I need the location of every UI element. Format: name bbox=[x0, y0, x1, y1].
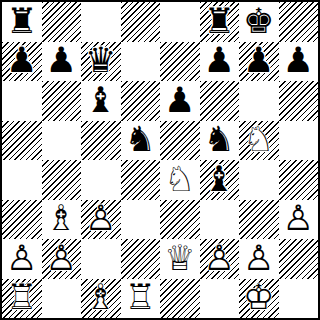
square-b3[interactable]: ♝♗ bbox=[42, 200, 82, 240]
piece-white-rook-icon[interactable]: ♜♖ bbox=[2, 279, 42, 319]
piece-white-queen-icon[interactable]: ♛♕ bbox=[160, 239, 200, 279]
piece-black-bishop-icon[interactable]: ♝ bbox=[200, 160, 240, 200]
piece-solid-layer: ♜ bbox=[204, 4, 235, 39]
piece-outline-layer: ♘ bbox=[243, 122, 274, 157]
square-d2[interactable] bbox=[121, 239, 161, 279]
piece-solid-layer: ♟ bbox=[6, 43, 37, 78]
square-g7[interactable]: ♟ bbox=[239, 42, 279, 82]
square-c6[interactable]: ♝ bbox=[81, 81, 121, 121]
square-b5[interactable] bbox=[42, 121, 82, 161]
square-a2[interactable]: ♟♙ bbox=[2, 239, 42, 279]
piece-outline-layer: ♕ bbox=[164, 241, 195, 276]
square-g1[interactable]: ♚♔ bbox=[239, 279, 279, 319]
square-c3[interactable]: ♟♙ bbox=[81, 200, 121, 240]
piece-solid-layer: ♞ bbox=[125, 122, 156, 157]
square-c7[interactable]: ♛ bbox=[81, 42, 121, 82]
square-e8[interactable] bbox=[160, 2, 200, 42]
square-f5[interactable]: ♞ bbox=[200, 121, 240, 161]
piece-white-pawn-icon[interactable]: ♟♙ bbox=[239, 239, 279, 279]
square-b2[interactable]: ♟♙ bbox=[42, 239, 82, 279]
square-f3[interactable] bbox=[200, 200, 240, 240]
square-g2[interactable]: ♟♙ bbox=[239, 239, 279, 279]
chess-board: ♜♜♚♟♟♛♟♟♟♝♟♞♞♞♘♞♘♝♝♗♟♙♟♙♟♙♟♙♛♕♟♙♟♙♜♖♝♗♜♖… bbox=[0, 0, 320, 320]
piece-solid-layer: ♟ bbox=[46, 43, 77, 78]
square-h6[interactable] bbox=[279, 81, 319, 121]
square-h5[interactable] bbox=[279, 121, 319, 161]
piece-black-pawn-icon[interactable]: ♟ bbox=[2, 42, 42, 82]
square-a1[interactable]: ♜♖ bbox=[2, 279, 42, 319]
piece-black-knight-icon[interactable]: ♞ bbox=[121, 121, 161, 161]
piece-solid-layer: ♟ bbox=[204, 43, 235, 78]
square-c2[interactable] bbox=[81, 239, 121, 279]
square-e1[interactable] bbox=[160, 279, 200, 319]
square-c8[interactable] bbox=[81, 2, 121, 42]
piece-white-pawn-icon[interactable]: ♟♙ bbox=[2, 239, 42, 279]
piece-outline-layer: ♗ bbox=[46, 201, 77, 236]
square-a7[interactable]: ♟ bbox=[2, 42, 42, 82]
square-c5[interactable] bbox=[81, 121, 121, 161]
square-g5[interactable]: ♞♘ bbox=[239, 121, 279, 161]
piece-outline-layer: ♘ bbox=[164, 162, 195, 197]
piece-white-rook-icon[interactable]: ♜♖ bbox=[121, 279, 161, 319]
piece-black-pawn-icon[interactable]: ♟ bbox=[160, 81, 200, 121]
piece-white-pawn-icon[interactable]: ♟♙ bbox=[42, 239, 82, 279]
square-g6[interactable] bbox=[239, 81, 279, 121]
square-d6[interactable] bbox=[121, 81, 161, 121]
square-f1[interactable] bbox=[200, 279, 240, 319]
square-d7[interactable] bbox=[121, 42, 161, 82]
piece-outline-layer: ♔ bbox=[243, 280, 274, 315]
square-f7[interactable]: ♟ bbox=[200, 42, 240, 82]
square-d4[interactable] bbox=[121, 160, 161, 200]
piece-solid-layer: ♞ bbox=[204, 122, 235, 157]
square-g4[interactable] bbox=[239, 160, 279, 200]
piece-white-knight-icon[interactable]: ♞♘ bbox=[239, 121, 279, 161]
piece-white-pawn-icon[interactable]: ♟♙ bbox=[279, 200, 319, 240]
piece-white-knight-icon[interactable]: ♞♘ bbox=[160, 160, 200, 200]
square-h8[interactable] bbox=[279, 2, 319, 42]
piece-black-pawn-icon[interactable]: ♟ bbox=[42, 42, 82, 82]
piece-solid-layer: ♜ bbox=[6, 4, 37, 39]
square-c1[interactable]: ♝♗ bbox=[81, 279, 121, 319]
square-f6[interactable] bbox=[200, 81, 240, 121]
square-g8[interactable]: ♚ bbox=[239, 2, 279, 42]
piece-solid-layer: ♛ bbox=[85, 43, 116, 78]
piece-white-bishop-icon[interactable]: ♝♗ bbox=[81, 279, 121, 319]
piece-solid-layer: ♟ bbox=[243, 43, 274, 78]
piece-black-queen-icon[interactable]: ♛ bbox=[81, 42, 121, 82]
square-f2[interactable]: ♟♙ bbox=[200, 239, 240, 279]
piece-black-knight-icon[interactable]: ♞ bbox=[200, 121, 240, 161]
square-h3[interactable]: ♟♙ bbox=[279, 200, 319, 240]
piece-black-rook-icon[interactable]: ♜ bbox=[2, 2, 42, 42]
square-d5[interactable]: ♞ bbox=[121, 121, 161, 161]
piece-solid-layer: ♟ bbox=[164, 83, 195, 118]
piece-outline-layer: ♗ bbox=[85, 280, 116, 315]
piece-solid-layer: ♚ bbox=[243, 4, 274, 39]
piece-solid-layer: ♝ bbox=[85, 83, 116, 118]
square-b6[interactable] bbox=[42, 81, 82, 121]
square-h2[interactable] bbox=[279, 239, 319, 279]
piece-outline-layer: ♖ bbox=[6, 280, 37, 315]
piece-solid-layer: ♝ bbox=[204, 162, 235, 197]
square-e4[interactable]: ♞♘ bbox=[160, 160, 200, 200]
piece-outline-layer: ♙ bbox=[283, 201, 314, 236]
square-a3[interactable] bbox=[2, 200, 42, 240]
square-d1[interactable]: ♜♖ bbox=[121, 279, 161, 319]
square-e7[interactable] bbox=[160, 42, 200, 82]
piece-black-king-icon[interactable]: ♚ bbox=[239, 2, 279, 42]
piece-outline-layer: ♙ bbox=[85, 201, 116, 236]
square-e3[interactable] bbox=[160, 200, 200, 240]
piece-solid-layer: ♟ bbox=[283, 43, 314, 78]
square-g3[interactable] bbox=[239, 200, 279, 240]
square-h7[interactable]: ♟ bbox=[279, 42, 319, 82]
square-d8[interactable] bbox=[121, 2, 161, 42]
square-b8[interactable] bbox=[42, 2, 82, 42]
square-b1[interactable] bbox=[42, 279, 82, 319]
piece-white-pawn-icon[interactable]: ♟♙ bbox=[200, 239, 240, 279]
piece-black-pawn-icon[interactable]: ♟ bbox=[279, 42, 319, 82]
square-b4[interactable] bbox=[42, 160, 82, 200]
piece-outline-layer: ♙ bbox=[204, 241, 235, 276]
piece-outline-layer: ♙ bbox=[243, 241, 274, 276]
piece-white-king-icon[interactable]: ♚♔ bbox=[239, 279, 279, 319]
piece-outline-layer: ♙ bbox=[46, 241, 77, 276]
square-a8[interactable]: ♜ bbox=[2, 2, 42, 42]
square-f8[interactable]: ♜ bbox=[200, 2, 240, 42]
square-f4[interactable]: ♝ bbox=[200, 160, 240, 200]
square-e2[interactable]: ♛♕ bbox=[160, 239, 200, 279]
square-e5[interactable] bbox=[160, 121, 200, 161]
piece-black-pawn-icon[interactable]: ♟ bbox=[239, 42, 279, 82]
square-h1[interactable] bbox=[279, 279, 319, 319]
piece-black-pawn-icon[interactable]: ♟ bbox=[200, 42, 240, 82]
square-e6[interactable]: ♟ bbox=[160, 81, 200, 121]
piece-black-bishop-icon[interactable]: ♝ bbox=[81, 81, 121, 121]
square-d3[interactable] bbox=[121, 200, 161, 240]
piece-white-bishop-icon[interactable]: ♝♗ bbox=[42, 200, 82, 240]
square-c4[interactable] bbox=[81, 160, 121, 200]
square-a5[interactable] bbox=[2, 121, 42, 161]
piece-black-rook-icon[interactable]: ♜ bbox=[200, 2, 240, 42]
piece-white-pawn-icon[interactable]: ♟♙ bbox=[81, 200, 121, 240]
piece-outline-layer: ♖ bbox=[125, 280, 156, 315]
piece-outline-layer: ♙ bbox=[6, 241, 37, 276]
square-a6[interactable] bbox=[2, 81, 42, 121]
square-a4[interactable] bbox=[2, 160, 42, 200]
square-h4[interactable] bbox=[279, 160, 319, 200]
square-b7[interactable]: ♟ bbox=[42, 42, 82, 82]
